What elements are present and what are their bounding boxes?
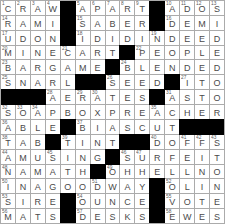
grid-cell[interactable]: 46S bbox=[120, 150, 134, 164]
grid-cell[interactable]: 15S bbox=[76, 16, 90, 30]
grid-cell[interactable]: H bbox=[180, 105, 194, 119]
cell-letter: A bbox=[120, 182, 134, 192]
cell-letter: O bbox=[76, 108, 90, 118]
grid-cell[interactable]: R bbox=[91, 46, 105, 60]
grid-cell[interactable]: P bbox=[46, 105, 60, 119]
cell-letter: A bbox=[76, 4, 90, 14]
grid-cell[interactable]: 26S bbox=[106, 75, 120, 89]
grid-cell[interactable]: N bbox=[195, 165, 209, 179]
grid-cell[interactable]: 36A bbox=[1, 120, 15, 134]
grid-cell[interactable]: 18I bbox=[76, 31, 90, 45]
cell-letter: E bbox=[61, 93, 75, 103]
cell-letter: P bbox=[91, 4, 105, 14]
cell-letter: N bbox=[91, 138, 105, 148]
grid-cell[interactable]: I bbox=[91, 120, 105, 134]
grid-cell[interactable]: W bbox=[106, 179, 120, 193]
cell-letter: E bbox=[120, 78, 134, 88]
grid-cell[interactable]: 44A bbox=[1, 150, 15, 164]
grid-cell[interactable]: T bbox=[106, 90, 120, 104]
grid-cell[interactable]: 33O bbox=[16, 105, 30, 119]
cell-letter: B bbox=[1, 63, 15, 73]
black-cell bbox=[210, 120, 224, 134]
grid-cell[interactable]: I bbox=[195, 150, 209, 164]
grid-cell[interactable]: E bbox=[61, 90, 75, 104]
grid-cell[interactable]: 53S bbox=[1, 194, 15, 208]
grid-cell[interactable]: S bbox=[180, 90, 194, 104]
grid-cell[interactable]: N bbox=[16, 179, 30, 193]
grid-cell[interactable]: C bbox=[135, 120, 149, 134]
cell-letter: O bbox=[76, 182, 90, 192]
grid-cell[interactable]: P bbox=[180, 46, 194, 60]
grid-cell[interactable]: E bbox=[46, 120, 60, 134]
grid-cell[interactable]: A bbox=[16, 165, 30, 179]
grid-cell[interactable]: E bbox=[91, 60, 105, 74]
grid-cell[interactable]: D bbox=[120, 31, 134, 45]
grid-cell[interactable]: 20M bbox=[1, 46, 15, 60]
grid-cell[interactable]: E bbox=[180, 150, 194, 164]
grid-cell[interactable]: 29R bbox=[76, 90, 90, 104]
grid-cell[interactable]: H bbox=[120, 165, 134, 179]
grid-cell[interactable]: 49O bbox=[106, 165, 120, 179]
grid-cell[interactable]: 11D bbox=[180, 1, 194, 15]
grid-cell[interactable]: B bbox=[106, 16, 120, 30]
grid-cell[interactable]: T bbox=[106, 135, 120, 149]
grid-cell[interactable]: E bbox=[120, 75, 134, 89]
grid-cell[interactable]: N bbox=[210, 179, 224, 193]
cell-letter: W bbox=[46, 4, 60, 14]
grid-cell[interactable]: R bbox=[150, 150, 164, 164]
cell-letter: A bbox=[91, 19, 105, 29]
cell-letter: O bbox=[210, 78, 224, 88]
grid-cell[interactable]: Y bbox=[135, 179, 149, 193]
cell-letter: C bbox=[1, 4, 15, 14]
grid-cell[interactable]: A bbox=[106, 120, 120, 134]
cell-letter: A bbox=[150, 108, 164, 118]
cell-letter: F bbox=[195, 138, 209, 148]
grid-cell[interactable]: C bbox=[165, 105, 179, 119]
grid-cell[interactable]: T bbox=[61, 165, 75, 179]
grid-cell[interactable]: 13S bbox=[210, 1, 224, 15]
cell-letter: D bbox=[76, 212, 90, 222]
grid-cell[interactable]: 48N bbox=[1, 165, 15, 179]
cell-letter: R bbox=[76, 93, 90, 103]
grid-cell[interactable]: T bbox=[195, 90, 209, 104]
grid-cell[interactable]: D bbox=[150, 75, 164, 89]
grid-cell[interactable]: 19N bbox=[150, 31, 164, 45]
grid-cell[interactable]: T bbox=[210, 150, 224, 164]
grid-cell[interactable]: I bbox=[106, 31, 120, 45]
grid-cell[interactable]: 28A bbox=[46, 90, 60, 104]
cell-letter: E bbox=[91, 212, 105, 222]
grid-cell[interactable]: N bbox=[106, 194, 120, 208]
grid-cell[interactable]: L bbox=[135, 60, 149, 74]
cell-letter: A bbox=[16, 138, 30, 148]
cell-letter: D bbox=[210, 34, 224, 44]
grid-cell[interactable]: A bbox=[16, 16, 30, 30]
grid-cell[interactable]: E bbox=[120, 90, 134, 104]
grid-cell[interactable]: 50I bbox=[1, 179, 15, 193]
cell-letter: C bbox=[165, 108, 179, 118]
grid-cell[interactable]: A bbox=[61, 60, 75, 74]
cell-letter: S bbox=[180, 93, 194, 103]
cell-letter: M bbox=[16, 153, 30, 163]
cell-letter: R bbox=[135, 19, 149, 29]
grid-cell[interactable]: S bbox=[210, 209, 224, 223]
cell-letter: D bbox=[120, 34, 134, 44]
grid-cell[interactable]: E bbox=[135, 105, 149, 119]
grid-cell[interactable]: O bbox=[180, 194, 194, 208]
cell-letter: S bbox=[1, 108, 15, 118]
cell-letter: B bbox=[76, 123, 90, 133]
grid-cell[interactable]: 25S bbox=[1, 75, 15, 89]
grid-cell[interactable]: N bbox=[76, 150, 90, 164]
grid-cell[interactable]: U bbox=[91, 194, 105, 208]
grid-cell[interactable]: S bbox=[135, 209, 149, 223]
grid-cell[interactable]: B bbox=[31, 135, 45, 149]
grid-cell[interactable]: 12O bbox=[195, 1, 209, 15]
cell-letter: R bbox=[91, 48, 105, 58]
grid-cell[interactable]: E bbox=[195, 209, 209, 223]
grid-cell[interactable]: E bbox=[46, 46, 60, 60]
grid-cell[interactable]: R bbox=[31, 194, 45, 208]
grid-cell[interactable]: L bbox=[31, 120, 45, 134]
grid-cell[interactable]: M bbox=[76, 60, 90, 74]
grid-cell[interactable]: E bbox=[210, 46, 224, 60]
grid-cell[interactable]: O bbox=[210, 90, 224, 104]
grid-cell[interactable]: 31A bbox=[165, 90, 179, 104]
grid-cell[interactable]: 51D bbox=[91, 179, 105, 193]
cell-letter: E bbox=[195, 63, 209, 73]
grid-cell[interactable]: 39T bbox=[61, 135, 75, 149]
grid-cell[interactable]: O bbox=[61, 179, 75, 193]
grid-cell[interactable]: 24B bbox=[120, 60, 134, 74]
cell-letter: E bbox=[180, 153, 194, 163]
cell-letter: S bbox=[120, 153, 134, 163]
grid-cell[interactable]: I bbox=[46, 16, 60, 30]
grid-cell[interactable]: L bbox=[61, 75, 75, 89]
cell-letter: S bbox=[135, 93, 149, 103]
cell-letter: N bbox=[195, 167, 209, 177]
grid-cell[interactable]: I bbox=[16, 194, 30, 208]
grid-cell[interactable]: 32S bbox=[1, 105, 15, 119]
grid-cell[interactable]: H bbox=[76, 165, 90, 179]
grid-cell[interactable]: D bbox=[210, 60, 224, 74]
grid-cell[interactable]: 14R bbox=[1, 16, 15, 30]
grid-cell[interactable]: M bbox=[16, 150, 30, 164]
grid-cell[interactable]: 8R bbox=[120, 1, 134, 15]
grid-cell[interactable]: T bbox=[195, 194, 209, 208]
cell-letter: O bbox=[195, 4, 209, 14]
grid-cell[interactable]: O bbox=[31, 31, 45, 45]
grid-cell[interactable]: R bbox=[135, 16, 149, 30]
grid-cell[interactable]: 9T bbox=[135, 1, 149, 15]
cell-letter: S bbox=[46, 153, 60, 163]
grid-cell[interactable]: A bbox=[16, 209, 30, 223]
grid-cell[interactable]: 47U bbox=[135, 150, 149, 164]
cell-letter: N bbox=[31, 48, 45, 58]
grid-cell[interactable]: A bbox=[16, 60, 30, 74]
grid-cell[interactable]: G bbox=[91, 150, 105, 164]
grid-cell[interactable]: L bbox=[195, 46, 209, 60]
black-cell bbox=[120, 135, 134, 149]
grid-cell[interactable]: 40D bbox=[150, 135, 164, 149]
cell-letter: S bbox=[1, 78, 15, 88]
grid-cell[interactable]: 5A bbox=[76, 1, 90, 15]
cell-letter: H bbox=[76, 167, 90, 177]
cell-letter: L bbox=[195, 48, 209, 58]
cell-letter: B bbox=[16, 123, 30, 133]
grid-cell[interactable]: 23B bbox=[1, 60, 15, 74]
grid-cell[interactable]: 37B bbox=[76, 120, 90, 134]
black-cell bbox=[106, 150, 120, 164]
cell-letter: A bbox=[31, 108, 45, 118]
grid-cell[interactable]: O bbox=[165, 135, 179, 149]
grid-cell[interactable]: L bbox=[180, 165, 194, 179]
cell-letter: O bbox=[180, 197, 194, 207]
cell-letter: T bbox=[1, 138, 15, 148]
cell-letter: E bbox=[150, 63, 164, 73]
grid-cell[interactable]: W bbox=[180, 209, 194, 223]
cell-letter: S bbox=[120, 123, 134, 133]
cell-letter: B bbox=[120, 63, 134, 73]
cell-letter: M bbox=[31, 167, 45, 177]
cell-letter: L bbox=[135, 63, 149, 73]
cell-letter: M bbox=[1, 48, 15, 58]
grid-cell[interactable]: M bbox=[195, 16, 209, 30]
cell-letter: T bbox=[61, 167, 75, 177]
grid-cell[interactable]: 21C bbox=[61, 46, 75, 60]
grid-cell[interactable]: O bbox=[210, 75, 224, 89]
cell-letter: T bbox=[31, 212, 45, 222]
grid-cell[interactable]: E bbox=[135, 194, 149, 208]
grid-cell[interactable]: I bbox=[76, 135, 90, 149]
grid-cell[interactable]: A bbox=[46, 165, 60, 179]
grid-cell[interactable]: E bbox=[180, 31, 194, 45]
cell-letter: R bbox=[31, 63, 45, 73]
grid-cell[interactable]: N bbox=[16, 75, 30, 89]
grid-cell[interactable]: E bbox=[150, 165, 164, 179]
cell-letter: D bbox=[16, 34, 30, 44]
grid-cell[interactable]: 55V bbox=[165, 194, 179, 208]
grid-cell[interactable]: E bbox=[120, 16, 134, 30]
grid-cell[interactable]: I bbox=[61, 150, 75, 164]
black-cell bbox=[16, 90, 30, 104]
grid-cell[interactable]: I bbox=[210, 16, 224, 30]
grid-cell[interactable]: E bbox=[195, 105, 209, 119]
grid-cell[interactable]: L bbox=[165, 165, 179, 179]
grid-cell[interactable]: K bbox=[120, 209, 134, 223]
grid-cell[interactable]: N bbox=[31, 46, 45, 60]
grid-cell[interactable]: 1C bbox=[1, 1, 15, 15]
grid-cell[interactable]: T bbox=[106, 46, 120, 60]
cell-letter: C bbox=[61, 48, 75, 58]
cell-letter: R bbox=[46, 78, 60, 88]
grid-cell[interactable]: 45S bbox=[46, 150, 60, 164]
black-cell bbox=[195, 120, 209, 134]
grid-cell[interactable]: 4W bbox=[46, 1, 60, 15]
grid-cell[interactable]: 52O bbox=[165, 179, 179, 193]
grid-cell[interactable]: I bbox=[195, 179, 209, 193]
grid-cell[interactable]: D bbox=[91, 31, 105, 45]
grid-cell[interactable]: E bbox=[195, 31, 209, 45]
grid-cell[interactable]: S bbox=[46, 209, 60, 223]
grid-cell[interactable]: U bbox=[31, 150, 45, 164]
cell-letter: I bbox=[210, 19, 224, 29]
grid-cell[interactable]: A bbox=[31, 179, 45, 193]
grid-cell[interactable]: A bbox=[120, 179, 134, 193]
grid-cell[interactable]: 16D bbox=[165, 16, 179, 30]
grid-cell[interactable]: L bbox=[180, 179, 194, 193]
grid-cell[interactable]: O bbox=[165, 46, 179, 60]
grid-cell[interactable]: 17U bbox=[1, 31, 15, 45]
cell-letter: T bbox=[135, 4, 149, 14]
cell-letter: E bbox=[180, 19, 194, 29]
cell-letter: I bbox=[195, 153, 209, 163]
grid-cell[interactable]: S bbox=[120, 120, 134, 134]
grid-cell[interactable]: B bbox=[16, 120, 30, 134]
black-cell bbox=[91, 165, 105, 179]
grid-cell[interactable]: D bbox=[210, 31, 224, 45]
cell-letter: C bbox=[120, 197, 134, 207]
black-cell bbox=[150, 16, 164, 30]
grid-cell[interactable]: 3A bbox=[31, 1, 45, 15]
cell-letter: G bbox=[46, 63, 60, 73]
black-cell bbox=[150, 179, 164, 193]
grid-cell[interactable]: N bbox=[46, 31, 60, 45]
grid-cell[interactable]: 7A bbox=[106, 1, 120, 15]
grid-cell[interactable]: A bbox=[16, 135, 30, 149]
grid-cell[interactable]: 43S bbox=[210, 135, 224, 149]
grid-cell[interactable]: S bbox=[106, 209, 120, 223]
cell-letter: E bbox=[46, 48, 60, 58]
black-cell bbox=[61, 120, 75, 134]
grid-cell[interactable]: T bbox=[165, 120, 179, 134]
cell-letter: I bbox=[46, 19, 60, 29]
cell-letter: U bbox=[150, 123, 164, 133]
black-cell bbox=[61, 1, 75, 15]
cell-letter: A bbox=[16, 167, 30, 177]
grid-cell[interactable]: S bbox=[135, 90, 149, 104]
cell-letter: M bbox=[31, 19, 45, 29]
grid-cell[interactable]: M bbox=[31, 165, 45, 179]
grid-cell[interactable]: O bbox=[76, 105, 90, 119]
grid-cell[interactable]: R bbox=[31, 60, 45, 74]
grid-cell[interactable]: 27I bbox=[180, 75, 194, 89]
cell-letter: O bbox=[165, 138, 179, 148]
grid-cell[interactable]: E bbox=[180, 16, 194, 30]
cell-letter: H bbox=[180, 108, 194, 118]
grid-cell[interactable]: 57D bbox=[76, 209, 90, 223]
grid-cell[interactable]: R bbox=[210, 105, 224, 119]
grid-cell[interactable]: 58E bbox=[165, 209, 179, 223]
cell-letter: N bbox=[76, 153, 90, 163]
grid-cell[interactable]: T bbox=[195, 75, 209, 89]
grid-cell[interactable]: N bbox=[165, 60, 179, 74]
cell-letter: N bbox=[106, 197, 120, 207]
grid-cell[interactable]: E bbox=[150, 60, 164, 74]
grid-cell[interactable]: F bbox=[165, 150, 179, 164]
grid-cell[interactable]: I bbox=[16, 46, 30, 60]
cell-letter: T bbox=[106, 93, 120, 103]
cell-letter: A bbox=[16, 212, 30, 222]
grid-cell[interactable]: 41F bbox=[180, 135, 194, 149]
cell-letter: D bbox=[210, 63, 224, 73]
grid-cell[interactable]: M bbox=[31, 16, 45, 30]
grid-cell[interactable]: 35A bbox=[150, 105, 164, 119]
cell-letter: D bbox=[150, 138, 164, 148]
cell-letter: S bbox=[1, 197, 15, 207]
cell-letter: I bbox=[106, 34, 120, 44]
cell-letter: T bbox=[195, 93, 209, 103]
grid-cell[interactable]: A bbox=[91, 16, 105, 30]
grid-cell[interactable]: B bbox=[61, 105, 75, 119]
cell-letter: D bbox=[180, 63, 194, 73]
grid-cell[interactable]: E bbox=[150, 46, 164, 60]
grid-cell[interactable]: U bbox=[150, 120, 164, 134]
grid-cell[interactable]: R bbox=[46, 75, 60, 89]
grid-cell[interactable]: T bbox=[31, 209, 45, 223]
grid-cell[interactable]: 42F bbox=[195, 135, 209, 149]
grid-cell[interactable]: X bbox=[91, 105, 105, 119]
grid-cell[interactable]: R bbox=[120, 105, 134, 119]
cell-letter: O bbox=[210, 93, 224, 103]
cell-letter: W bbox=[180, 212, 194, 222]
cell-letter: T bbox=[106, 138, 120, 148]
cell-letter: I bbox=[91, 123, 105, 133]
grid-cell[interactable]: D bbox=[180, 60, 194, 74]
grid-cell[interactable]: E bbox=[195, 60, 209, 74]
grid-cell[interactable]: 38T bbox=[1, 135, 15, 149]
cell-letter: L bbox=[165, 167, 179, 177]
cell-letter: X bbox=[91, 108, 105, 118]
grid-cell[interactable]: H bbox=[135, 165, 149, 179]
grid-cell[interactable]: 10A bbox=[165, 1, 179, 15]
cell-letter: I bbox=[195, 182, 209, 192]
grid-cell[interactable]: O bbox=[76, 179, 90, 193]
grid-cell[interactable]: 2R bbox=[16, 1, 30, 15]
grid-cell[interactable]: 54O bbox=[76, 194, 90, 208]
cell-letter: H bbox=[120, 167, 134, 177]
grid-cell[interactable]: E bbox=[91, 209, 105, 223]
grid-cell[interactable]: I bbox=[135, 31, 149, 45]
grid-cell[interactable]: O bbox=[210, 165, 224, 179]
grid-cell[interactable]: 56M bbox=[1, 209, 15, 223]
black-cell bbox=[61, 209, 75, 223]
grid-cell[interactable]: E bbox=[46, 194, 60, 208]
grid-cell[interactable]: 6P bbox=[91, 1, 105, 15]
grid-cell[interactable]: C bbox=[120, 194, 134, 208]
grid-cell[interactable]: 22P bbox=[135, 46, 149, 60]
grid-cell[interactable]: 30A bbox=[91, 90, 105, 104]
grid-cell[interactable]: G bbox=[46, 60, 60, 74]
grid-cell[interactable]: N bbox=[91, 135, 105, 149]
grid-cell[interactable]: D bbox=[16, 31, 30, 45]
grid-cell[interactable]: E bbox=[210, 194, 224, 208]
cell-letter: O bbox=[165, 182, 179, 192]
grid-cell[interactable]: D bbox=[165, 31, 179, 45]
grid-cell[interactable]: E bbox=[135, 75, 149, 89]
grid-cell[interactable]: A bbox=[76, 46, 90, 60]
cell-letter: E bbox=[46, 123, 60, 133]
cell-letter: S bbox=[106, 78, 120, 88]
cell-letter: U bbox=[135, 153, 149, 163]
cell-letter: N bbox=[16, 182, 30, 192]
grid-cell[interactable]: G bbox=[46, 179, 60, 193]
grid-cell[interactable]: 34A bbox=[31, 105, 45, 119]
grid-cell[interactable]: P bbox=[106, 105, 120, 119]
grid-cell[interactable]: A bbox=[31, 75, 45, 89]
cell-letter: C bbox=[135, 123, 149, 133]
